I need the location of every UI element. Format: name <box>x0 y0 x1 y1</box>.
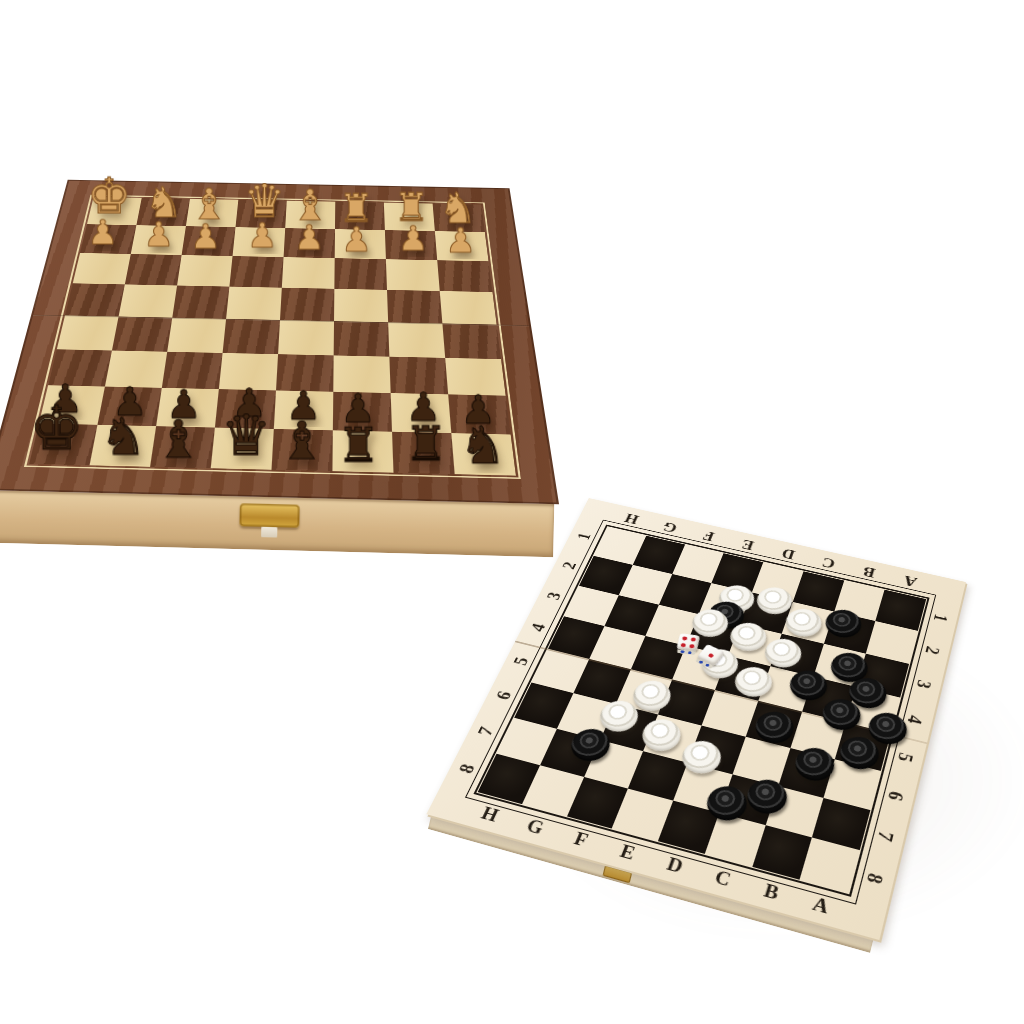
chess-square-r3c2 <box>172 286 229 319</box>
checkers-file-label-bottom: G <box>523 815 547 839</box>
checkers-square-r7c1 <box>522 765 584 816</box>
checkers-rank-label-right: 7 <box>872 829 898 844</box>
chess-piece-black-rook: ♜ <box>337 422 379 469</box>
chess-square-r0c6 <box>384 203 435 232</box>
chess-square-r0c7 <box>433 203 485 232</box>
chess-square-r1c7 <box>435 231 489 261</box>
checkers-square-r4c4 <box>702 690 758 736</box>
checkers-square-r7c2 <box>567 777 629 829</box>
checkers-file-label-top: C <box>820 554 837 571</box>
white-checker-piece <box>637 715 685 754</box>
checkers-file-label-bottom: D <box>664 853 686 878</box>
black-checker-piece <box>836 733 882 773</box>
die-pip <box>707 652 714 657</box>
chess-square-r1c0 <box>80 224 136 254</box>
checkers-file-label-bottom: C <box>712 866 734 891</box>
checkers-file-label-bottom: B <box>761 879 781 904</box>
checkers-board-set: HH11GG22FF33EE44DD55CC66BB77AA88 <box>426 498 966 940</box>
checkers-file-label-bottom: H <box>478 803 502 827</box>
checkers-rank-label-left: 2 <box>559 560 581 571</box>
checkers-rank-label-right: 4 <box>903 713 927 726</box>
checkers-file-label-top: E <box>740 536 757 553</box>
checkers-file-label-top: A <box>902 572 919 590</box>
die-pip <box>690 637 696 641</box>
checkers-file-label-bottom: A <box>810 893 831 919</box>
checkers-square-r5c2 <box>600 704 658 751</box>
checkers-rank-label-right: 5 <box>893 750 918 764</box>
checkers-square-r7c3 <box>612 789 673 841</box>
checkers-square-r5c4 <box>688 725 746 774</box>
chess-square-r2c1 <box>125 254 182 285</box>
chess-square-r0c5 <box>335 202 385 231</box>
chess-square-r3c7 <box>440 291 497 325</box>
checkers-square-r7c7 <box>800 838 860 893</box>
chess-square-r2c4 <box>282 257 335 289</box>
chess-piece-black-bishop: ♝ <box>279 415 325 467</box>
checkers-file-label-bottom: F <box>571 828 591 852</box>
checkers-rank-label-right: 6 <box>883 789 908 803</box>
chess-square-r3c3 <box>226 287 282 320</box>
checkers-square-r6c2 <box>584 740 644 789</box>
checkers-square-r6c4 <box>673 762 732 813</box>
checkers-file-label-top: H <box>622 510 641 526</box>
chess-square-r1c5 <box>335 229 386 259</box>
chess-piece-black-knight: ♞ <box>459 419 505 471</box>
checkers-square-r7c4 <box>658 801 719 854</box>
black-checker-piece <box>791 744 838 785</box>
chess-square-r1c1 <box>131 225 186 255</box>
checkers-rank-label-left: 4 <box>527 622 550 634</box>
checkers-rank-label-right: 8 <box>861 871 887 887</box>
chess-square-r2c0 <box>73 253 131 284</box>
chess-square-r3c1 <box>119 284 177 317</box>
black-checker-piece <box>865 709 910 748</box>
chess-square-r0c3 <box>236 200 287 228</box>
chess-square-r1c4 <box>284 228 335 258</box>
chess-board: ♚♞♝♛♝♜♜♞♟♟♟♟♟♟♟♟♟♟♟♟♟♟♟♟♚♞♝♛♝♜♜♞ <box>0 180 559 504</box>
chess-piece-black-queen: ♛ <box>221 408 271 464</box>
checkers-square-r5c5 <box>732 736 790 785</box>
checkers-square-r6c3 <box>628 751 688 801</box>
chess-square-r3c6 <box>387 290 442 324</box>
checkers-file-label-top: B <box>861 563 877 580</box>
product-photo-scene: ♚♞♝♛♝♜♜♞♟♟♟♟♟♟♟♟♟♟♟♟♟♟♟♟♚♞♝♛♝♜♜♞ HH11GG2… <box>0 0 1024 1024</box>
checkers-square-r5c7 <box>824 759 881 810</box>
checkers-board: HH11GG22FF33EE44DD55CC66BB77AA88 <box>426 498 966 940</box>
checkers-square-r4c5 <box>746 701 802 748</box>
checkers-square-r7c0 <box>478 754 540 804</box>
checkers-square-r5c3 <box>643 714 701 762</box>
chess-piece-black-knight: ♞ <box>100 411 146 463</box>
brass-clasp-icon <box>239 503 299 528</box>
checkers-square-r6c5 <box>719 774 778 825</box>
checkers-rank-label-right: 3 <box>912 678 935 690</box>
checkers-square-r5c1 <box>557 693 616 740</box>
die-showing-4 <box>677 633 701 651</box>
black-checker-piece <box>751 708 798 747</box>
chess-square-r1c2 <box>182 226 236 256</box>
checkers-square-r6c6 <box>765 786 824 838</box>
die-pip <box>689 644 695 648</box>
white-checker-piece <box>595 697 643 736</box>
checkers-rank-label-left: 7 <box>474 725 499 738</box>
die-pip <box>682 636 688 640</box>
chess-square-r3c4 <box>280 288 334 321</box>
checkers-square-r6c0 <box>496 717 556 765</box>
checkers-square-r5c6 <box>778 748 835 798</box>
black-checker-piece <box>743 776 792 818</box>
chess-square-r1c6 <box>385 230 437 260</box>
checkers-square-r6c1 <box>540 728 600 777</box>
chess-piece-black-rook: ♜ <box>405 421 447 468</box>
chess-piece-black-bishop: ♝ <box>155 414 201 466</box>
black-checker-piece <box>702 782 751 825</box>
checkers-rank-label-right: 2 <box>921 644 944 656</box>
checkers-file-label-top: D <box>780 545 797 562</box>
checkers-rank-label-left: 6 <box>492 689 516 702</box>
checkers-rank-label-right: 1 <box>929 612 951 623</box>
checkers-rank-label-left: 3 <box>543 591 566 602</box>
chess-square-r3c5 <box>334 289 388 323</box>
checkers-square-r7c6 <box>752 825 812 880</box>
checkers-file-label-bottom: E <box>617 840 638 864</box>
checkers-rank-label-left: 8 <box>454 762 479 776</box>
checkers-square-r7c5 <box>705 813 766 867</box>
chess-square-r0c4 <box>285 201 335 229</box>
checkers-rank-label-left: 1 <box>574 531 596 541</box>
chess-square-r2c2 <box>177 255 232 287</box>
checkers-square-r6c7 <box>812 798 870 851</box>
white-checker-piece <box>677 737 725 777</box>
chess-square-r2c5 <box>334 258 387 290</box>
checkers-file-label-top: F <box>701 528 717 544</box>
checkers-file-label-top: G <box>660 519 679 536</box>
checkers-square-r4c6 <box>790 711 846 759</box>
chess-square-r0c1 <box>136 198 190 226</box>
black-checker-piece <box>566 725 615 765</box>
chess-square-r1c3 <box>233 227 286 257</box>
chess-square-r0c0 <box>87 197 142 225</box>
checkers-square-r4c7 <box>835 722 891 770</box>
checkers-rank-label-left: 5 <box>510 655 534 667</box>
die-pip <box>681 643 687 647</box>
chess-piece-black-king: ♚ <box>29 399 83 459</box>
chess-square-r2c6 <box>386 259 440 291</box>
black-checker-piece <box>819 695 864 733</box>
chess-square-r3c0 <box>65 283 125 316</box>
checkers-square-r3c7 <box>846 687 900 733</box>
chess-square-r0c2 <box>186 199 238 227</box>
chess-square-r2c3 <box>229 256 283 288</box>
chess-square-r2c7 <box>437 260 492 292</box>
chess-board-set: ♚♞♝♛♝♜♜♞♟♟♟♟♟♟♟♟♟♟♟♟♟♟♟♟♚♞♝♛♝♜♜♞ <box>0 180 559 504</box>
